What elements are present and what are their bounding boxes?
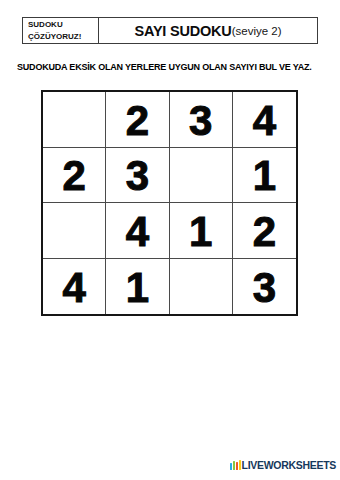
- sudoku-cell-r3c4: 2: [233, 203, 296, 259]
- page-subtitle: (seviye 2): [232, 25, 282, 37]
- sudoku-cell-r1c2: 2: [106, 92, 169, 148]
- sudoku-cell-r3c3: 1: [170, 203, 233, 259]
- sudoku-cell-r2c1: 2: [43, 148, 106, 204]
- worksheet-page: { "game": "sudoku", "variant": "4x4 numb…: [0, 0, 340, 480]
- sudoku-grid: 2 3 4 2 3 1 4 1 2 4 1 3: [41, 90, 298, 316]
- series-box: SUDOKU ÇÖZÜYORUZ!: [23, 18, 99, 43]
- sudoku-cell-r1c4: 4: [233, 92, 296, 148]
- sudoku-cell-r3c1[interactable]: [43, 203, 106, 259]
- sudoku-cell-r2c3[interactable]: [170, 148, 233, 204]
- sudoku-cell-r3c2: 4: [106, 203, 169, 259]
- sudoku-cell-r4c2: 1: [106, 259, 169, 315]
- sudoku-cell-r1c3: 3: [170, 92, 233, 148]
- sudoku-cell-r1c1[interactable]: [43, 92, 106, 148]
- series-line-1: SUDOKU: [28, 19, 98, 31]
- title-box: SAYI SUDOKU(seviye 2): [99, 18, 317, 43]
- header: SUDOKU ÇÖZÜYORUZ! SAYI SUDOKU(seviye 2): [22, 17, 318, 44]
- sudoku-cell-r2c4: 1: [233, 148, 296, 204]
- footer-brand[interactable]: LIVEWORKSHEETS: [230, 459, 336, 471]
- brand-text: LIVEWORKSHEETS: [242, 459, 336, 471]
- page-title: SAYI SUDOKU: [134, 23, 231, 39]
- sudoku-cell-r4c4: 3: [233, 259, 296, 315]
- sudoku-cell-r4c3[interactable]: [170, 259, 233, 315]
- series-line-2: ÇÖZÜYORUZ!: [28, 31, 98, 43]
- instruction-text: SUDOKUDA EKSİK OLAN YERLERE UYGUN OLAN S…: [17, 62, 337, 72]
- sudoku-cell-r2c2: 3: [106, 148, 169, 204]
- sudoku-cell-r4c1: 4: [43, 259, 106, 315]
- liveworksheets-logo-icon: [230, 459, 241, 471]
